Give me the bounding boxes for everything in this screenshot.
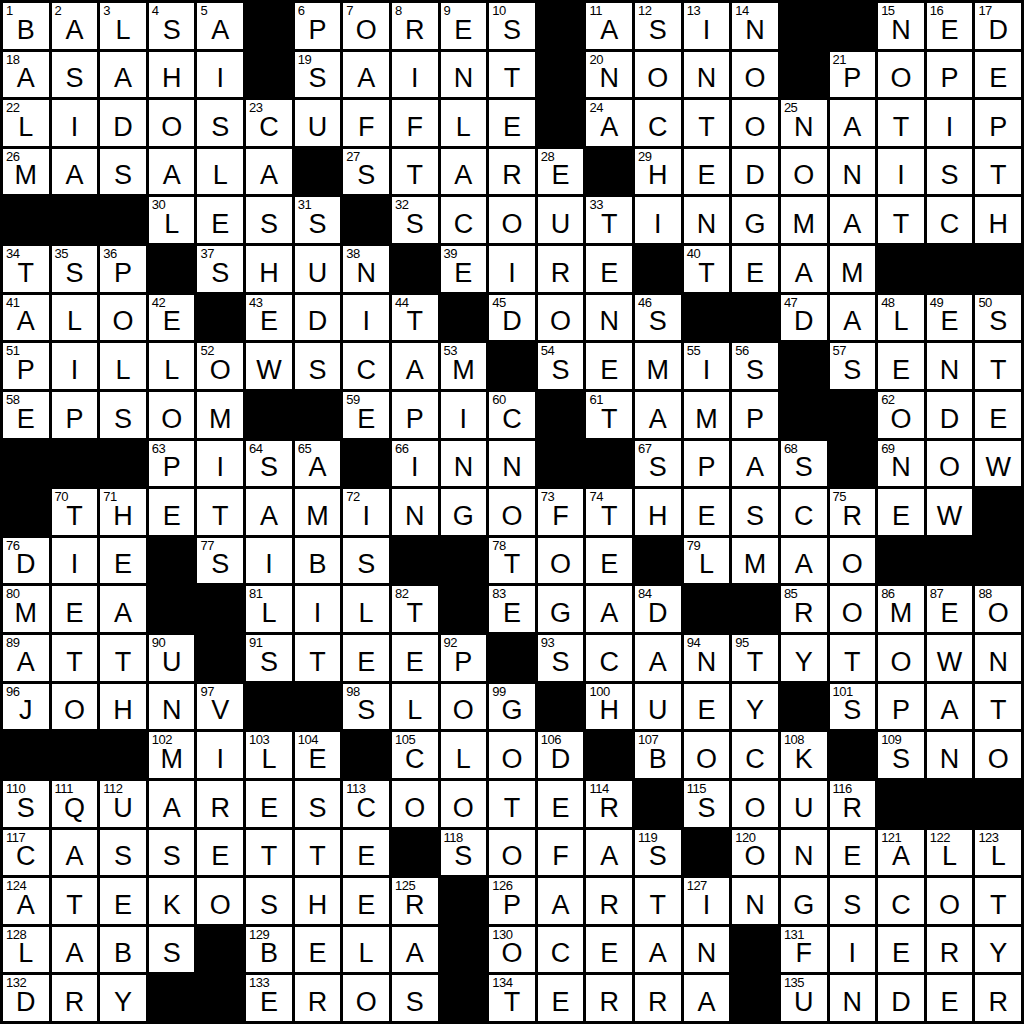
grid-cell-r20c4[interactable]: S [149, 927, 195, 973]
grid-cell-r10c4[interactable]: 63P [149, 441, 195, 487]
grid-cell-r4c15[interactable]: E [684, 149, 730, 195]
grid-cell-r18c18[interactable]: E [830, 830, 876, 876]
grid-cell-r15c9[interactable]: L [392, 684, 438, 730]
grid-cell-r11c17[interactable]: C [781, 489, 827, 535]
grid-cell-r7c8[interactable]: I [343, 295, 389, 341]
grid-cell-r20c11[interactable]: 130O [489, 927, 535, 973]
grid-cell-r7c21[interactable]: 50S [975, 295, 1021, 341]
grid-cell-r8c1[interactable]: 51P [3, 343, 49, 389]
grid-cell-r15c1[interactable]: 96J [3, 684, 49, 730]
grid-cell-r13c9[interactable]: 82T [392, 586, 438, 632]
grid-cell-r8c7[interactable]: S [295, 343, 341, 389]
grid-cell-r13c6[interactable]: 81L [246, 586, 292, 632]
grid-cell-r9c2[interactable]: P [52, 392, 98, 438]
grid-cell-r10c16[interactable]: A [732, 441, 778, 487]
grid-cell-r8c9[interactable]: A [392, 343, 438, 389]
grid-cell-r15c21[interactable]: T [975, 684, 1021, 730]
grid-cell-r3c6[interactable]: 23C [246, 100, 292, 146]
grid-cell-r16c17[interactable]: 108K [781, 732, 827, 778]
grid-cell-r3c10[interactable]: L [441, 100, 487, 146]
grid-cell-r21c11[interactable]: 134T [489, 975, 535, 1021]
grid-cell-r9c5[interactable]: M [197, 392, 243, 438]
grid-cell-r8c2[interactable]: I [52, 343, 98, 389]
grid-cell-r7c17[interactable]: 47D [781, 295, 827, 341]
grid-cell-r21c14[interactable]: R [635, 975, 681, 1021]
grid-cell-r18c5[interactable]: E [197, 830, 243, 876]
grid-cell-r9c11[interactable]: 60C [489, 392, 535, 438]
grid-cell-r18c2[interactable]: A [52, 830, 98, 876]
grid-cell-r2c8[interactable]: A [343, 52, 389, 98]
grid-cell-r7c1[interactable]: 41A [3, 295, 49, 341]
grid-cell-r10c6[interactable]: 64S [246, 441, 292, 487]
grid-cell-r6c6[interactable]: H [246, 246, 292, 292]
grid-cell-r8c3[interactable]: L [100, 343, 146, 389]
grid-cell-r1c16[interactable]: 14N [732, 3, 778, 49]
grid-cell-r10c5[interactable]: I [197, 441, 243, 487]
grid-cell-r17c10[interactable]: O [441, 781, 487, 827]
grid-cell-r17c13[interactable]: 114R [586, 781, 632, 827]
grid-cell-r13c2[interactable]: E [52, 586, 98, 632]
grid-cell-r15c2[interactable]: O [52, 684, 98, 730]
grid-cell-r1c10[interactable]: 9E [441, 3, 487, 49]
grid-cell-r4c4[interactable]: A [149, 149, 195, 195]
grid-cell-r13c17[interactable]: 85R [781, 586, 827, 632]
grid-cell-r4c2[interactable]: A [52, 149, 98, 195]
grid-cell-r10c7[interactable]: 65A [295, 441, 341, 487]
grid-cell-r19c19[interactable]: C [878, 878, 924, 924]
grid-cell-r7c6[interactable]: 43E [246, 295, 292, 341]
grid-cell-r4c21[interactable]: T [975, 149, 1021, 195]
grid-cell-r3c17[interactable]: 25N [781, 100, 827, 146]
grid-cell-r21c2[interactable]: R [52, 975, 98, 1021]
grid-cell-r17c2[interactable]: 111Q [52, 781, 98, 827]
grid-cell-r19c7[interactable]: H [295, 878, 341, 924]
grid-cell-r2c14[interactable]: O [635, 52, 681, 98]
grid-cell-r9c4[interactable]: O [149, 392, 195, 438]
grid-cell-r7c2[interactable]: L [52, 295, 98, 341]
grid-cell-r16c4[interactable]: 102M [149, 732, 195, 778]
grid-cell-r8c14[interactable]: M [635, 343, 681, 389]
grid-cell-r21c13[interactable]: R [586, 975, 632, 1021]
grid-cell-r3c14[interactable]: C [635, 100, 681, 146]
grid-cell-r8c18[interactable]: 57S [830, 343, 876, 389]
grid-cell-r19c3[interactable]: E [100, 878, 146, 924]
grid-cell-r17c9[interactable]: O [392, 781, 438, 827]
grid-cell-r8c5[interactable]: 52O [197, 343, 243, 389]
grid-cell-r4c18[interactable]: N [830, 149, 876, 195]
grid-cell-r12c15[interactable]: 79L [684, 538, 730, 584]
grid-cell-r17c6[interactable]: E [246, 781, 292, 827]
grid-cell-r16c21[interactable]: O [975, 732, 1021, 778]
grid-cell-r11c9[interactable]: N [392, 489, 438, 535]
grid-cell-r1c7[interactable]: 6P [295, 3, 341, 49]
grid-cell-r9c1[interactable]: 58E [3, 392, 49, 438]
grid-cell-r4c20[interactable]: S [927, 149, 973, 195]
grid-cell-r1c9[interactable]: 8R [392, 3, 438, 49]
grid-cell-r4c19[interactable]: I [878, 149, 924, 195]
grid-cell-r2c3[interactable]: A [100, 52, 146, 98]
grid-cell-r17c4[interactable]: A [149, 781, 195, 827]
grid-cell-r12c8[interactable]: S [343, 538, 389, 584]
grid-cell-r14c14[interactable]: A [635, 635, 681, 681]
grid-cell-r6c16[interactable]: E [732, 246, 778, 292]
grid-cell-r11c3[interactable]: 71H [100, 489, 146, 535]
grid-cell-r4c11[interactable]: R [489, 149, 535, 195]
grid-cell-r2c4[interactable]: H [149, 52, 195, 98]
grid-cell-r14c8[interactable]: E [343, 635, 389, 681]
grid-cell-r3c15[interactable]: T [684, 100, 730, 146]
grid-cell-r12c12[interactable]: O [538, 538, 584, 584]
grid-cell-r6c7[interactable]: U [295, 246, 341, 292]
grid-cell-r9c9[interactable]: P [392, 392, 438, 438]
grid-cell-r17c16[interactable]: O [732, 781, 778, 827]
grid-cell-r19c2[interactable]: T [52, 878, 98, 924]
grid-cell-r11c11[interactable]: O [489, 489, 535, 535]
grid-cell-r15c8[interactable]: 98S [343, 684, 389, 730]
grid-cell-r5c12[interactable]: U [538, 197, 584, 243]
grid-cell-r1c20[interactable]: 16E [927, 3, 973, 49]
grid-cell-r18c20[interactable]: 122L [927, 830, 973, 876]
grid-cell-r14c4[interactable]: 90U [149, 635, 195, 681]
grid-cell-r3c4[interactable]: O [149, 100, 195, 146]
grid-cell-r18c8[interactable]: E [343, 830, 389, 876]
grid-cell-r13c19[interactable]: 86M [878, 586, 924, 632]
grid-cell-r20c21[interactable]: Y [975, 927, 1021, 973]
grid-cell-r18c21[interactable]: 123L [975, 830, 1021, 876]
grid-cell-r3c7[interactable]: U [295, 100, 341, 146]
grid-cell-r7c7[interactable]: D [295, 295, 341, 341]
grid-cell-r17c1[interactable]: 110S [3, 781, 49, 827]
grid-cell-r13c3[interactable]: A [100, 586, 146, 632]
grid-cell-r1c4[interactable]: 4S [149, 3, 195, 49]
grid-cell-r12c11[interactable]: 78T [489, 538, 535, 584]
grid-cell-r6c13[interactable]: E [586, 246, 632, 292]
grid-cell-r1c8[interactable]: 7O [343, 3, 389, 49]
grid-cell-r3c9[interactable]: F [392, 100, 438, 146]
grid-cell-r21c9[interactable]: S [392, 975, 438, 1021]
grid-cell-r16c10[interactable]: L [441, 732, 487, 778]
grid-cell-r4c1[interactable]: 26M [3, 149, 49, 195]
grid-cell-r14c18[interactable]: T [830, 635, 876, 681]
grid-cell-r9c15[interactable]: M [684, 392, 730, 438]
grid-cell-r7c13[interactable]: N [586, 295, 632, 341]
grid-cell-r2c1[interactable]: 18A [3, 52, 49, 98]
grid-cell-r9c13[interactable]: 61T [586, 392, 632, 438]
grid-cell-r15c10[interactable]: O [441, 684, 487, 730]
grid-cell-r21c8[interactable]: O [343, 975, 389, 1021]
grid-cell-r1c21[interactable]: 17D [975, 3, 1021, 49]
grid-cell-r1c11[interactable]: 10S [489, 3, 535, 49]
grid-cell-r6c2[interactable]: 35S [52, 246, 98, 292]
grid-cell-r8c15[interactable]: 55I [684, 343, 730, 389]
grid-cell-r15c14[interactable]: U [635, 684, 681, 730]
grid-cell-r14c17[interactable]: Y [781, 635, 827, 681]
grid-cell-r3c11[interactable]: E [489, 100, 535, 146]
grid-cell-r6c12[interactable]: R [538, 246, 584, 292]
grid-cell-r6c10[interactable]: 39E [441, 246, 487, 292]
grid-cell-r7c12[interactable]: O [538, 295, 584, 341]
grid-cell-r1c15[interactable]: 13I [684, 3, 730, 49]
grid-cell-r15c15[interactable]: E [684, 684, 730, 730]
grid-cell-r7c3[interactable]: O [100, 295, 146, 341]
grid-cell-r19c12[interactable]: A [538, 878, 584, 924]
grid-cell-r5c7[interactable]: 31S [295, 197, 341, 243]
grid-cell-r8c10[interactable]: 53M [441, 343, 487, 389]
grid-cell-r17c7[interactable]: S [295, 781, 341, 827]
grid-cell-r3c1[interactable]: 22L [3, 100, 49, 146]
grid-cell-r19c8[interactable]: E [343, 878, 389, 924]
grid-cell-r15c5[interactable]: 97V [197, 684, 243, 730]
grid-cell-r16c15[interactable]: O [684, 732, 730, 778]
grid-cell-r3c5[interactable]: S [197, 100, 243, 146]
grid-cell-r17c3[interactable]: 112U [100, 781, 146, 827]
grid-cell-r19c20[interactable]: O [927, 878, 973, 924]
grid-cell-r19c6[interactable]: S [246, 878, 292, 924]
grid-cell-r9c20[interactable]: D [927, 392, 973, 438]
grid-cell-r21c1[interactable]: 132D [3, 975, 49, 1021]
grid-cell-r12c7[interactable]: B [295, 538, 341, 584]
grid-cell-r14c15[interactable]: 94N [684, 635, 730, 681]
grid-cell-r12c6[interactable]: I [246, 538, 292, 584]
grid-cell-r20c20[interactable]: R [927, 927, 973, 973]
grid-cell-r19c11[interactable]: 126P [489, 878, 535, 924]
grid-cell-r12c5[interactable]: 77S [197, 538, 243, 584]
grid-cell-r7c4[interactable]: 42E [149, 295, 195, 341]
grid-cell-r1c14[interactable]: 12S [635, 3, 681, 49]
grid-cell-r2c15[interactable]: N [684, 52, 730, 98]
grid-cell-r18c12[interactable]: F [538, 830, 584, 876]
grid-cell-r18c7[interactable]: T [295, 830, 341, 876]
grid-cell-r12c1[interactable]: 76D [3, 538, 49, 584]
grid-cell-r4c5[interactable]: L [197, 149, 243, 195]
grid-cell-r9c19[interactable]: 62O [878, 392, 924, 438]
grid-cell-r16c12[interactable]: 106D [538, 732, 584, 778]
grid-cell-r10c10[interactable]: N [441, 441, 487, 487]
grid-cell-r21c6[interactable]: 133E [246, 975, 292, 1021]
grid-cell-r12c13[interactable]: E [586, 538, 632, 584]
grid-cell-r18c1[interactable]: 117C [3, 830, 49, 876]
grid-cell-r2c13[interactable]: 20N [586, 52, 632, 98]
grid-cell-r20c7[interactable]: E [295, 927, 341, 973]
grid-cell-r16c19[interactable]: 109S [878, 732, 924, 778]
grid-cell-r9c10[interactable]: I [441, 392, 487, 438]
grid-cell-r20c19[interactable]: E [878, 927, 924, 973]
grid-cell-r20c8[interactable]: L [343, 927, 389, 973]
grid-cell-r2c18[interactable]: 21P [830, 52, 876, 98]
grid-cell-r14c7[interactable]: T [295, 635, 341, 681]
grid-cell-r2c9[interactable]: I [392, 52, 438, 98]
grid-cell-r14c1[interactable]: 89A [3, 635, 49, 681]
grid-cell-r9c21[interactable]: E [975, 392, 1021, 438]
grid-cell-r11c5[interactable]: T [197, 489, 243, 535]
grid-cell-r10c17[interactable]: 68S [781, 441, 827, 487]
grid-cell-r5c9[interactable]: 32S [392, 197, 438, 243]
grid-cell-r1c1[interactable]: 1B [3, 3, 49, 49]
grid-cell-r10c14[interactable]: 67S [635, 441, 681, 487]
grid-cell-r2c7[interactable]: 19S [295, 52, 341, 98]
grid-cell-r3c13[interactable]: 24A [586, 100, 632, 146]
grid-cell-r14c21[interactable]: N [975, 635, 1021, 681]
grid-cell-r2c2[interactable]: S [52, 52, 98, 98]
grid-cell-r11c15[interactable]: E [684, 489, 730, 535]
grid-cell-r8c8[interactable]: C [343, 343, 389, 389]
grid-cell-r15c16[interactable]: Y [732, 684, 778, 730]
grid-cell-r18c19[interactable]: 121A [878, 830, 924, 876]
grid-cell-r1c5[interactable]: 5A [197, 3, 243, 49]
grid-cell-r9c16[interactable]: P [732, 392, 778, 438]
grid-cell-r11c4[interactable]: E [149, 489, 195, 535]
grid-cell-r6c17[interactable]: A [781, 246, 827, 292]
grid-cell-r3c2[interactable]: I [52, 100, 98, 146]
grid-cell-r1c13[interactable]: 11A [586, 3, 632, 49]
grid-cell-r7c20[interactable]: 49E [927, 295, 973, 341]
grid-cell-r16c7[interactable]: 104E [295, 732, 341, 778]
grid-cell-r11c2[interactable]: 70T [52, 489, 98, 535]
grid-cell-r15c3[interactable]: H [100, 684, 146, 730]
grid-cell-r16c11[interactable]: O [489, 732, 535, 778]
grid-cell-r13c13[interactable]: A [586, 586, 632, 632]
grid-cell-r3c18[interactable]: A [830, 100, 876, 146]
grid-cell-r4c6[interactable]: A [246, 149, 292, 195]
grid-cell-r15c11[interactable]: 99G [489, 684, 535, 730]
grid-cell-r6c11[interactable]: I [489, 246, 535, 292]
grid-cell-r5c15[interactable]: N [684, 197, 730, 243]
grid-cell-r3c20[interactable]: I [927, 100, 973, 146]
grid-cell-r7c14[interactable]: 46S [635, 295, 681, 341]
grid-cell-r14c2[interactable]: T [52, 635, 98, 681]
grid-cell-r21c20[interactable]: E [927, 975, 973, 1021]
grid-cell-r17c12[interactable]: E [538, 781, 584, 827]
grid-cell-r11c16[interactable]: S [732, 489, 778, 535]
grid-cell-r13c7[interactable]: I [295, 586, 341, 632]
grid-cell-r14c20[interactable]: W [927, 635, 973, 681]
grid-cell-r5c18[interactable]: A [830, 197, 876, 243]
grid-cell-r8c20[interactable]: N [927, 343, 973, 389]
grid-cell-r14c13[interactable]: C [586, 635, 632, 681]
grid-cell-r6c18[interactable]: M [830, 246, 876, 292]
grid-cell-r17c11[interactable]: T [489, 781, 535, 827]
grid-cell-r15c13[interactable]: 100H [586, 684, 632, 730]
grid-cell-r5c20[interactable]: C [927, 197, 973, 243]
grid-cell-r4c9[interactable]: T [392, 149, 438, 195]
grid-cell-r18c6[interactable]: T [246, 830, 292, 876]
grid-cell-r1c3[interactable]: 3L [100, 3, 146, 49]
grid-cell-r7c18[interactable]: A [830, 295, 876, 341]
grid-cell-r19c17[interactable]: G [781, 878, 827, 924]
grid-cell-r19c5[interactable]: O [197, 878, 243, 924]
grid-cell-r16c16[interactable]: C [732, 732, 778, 778]
grid-cell-r15c20[interactable]: A [927, 684, 973, 730]
grid-cell-r14c10[interactable]: 92P [441, 635, 487, 681]
grid-cell-r14c16[interactable]: 95T [732, 635, 778, 681]
grid-cell-r5c14[interactable]: I [635, 197, 681, 243]
grid-cell-r4c16[interactable]: D [732, 149, 778, 195]
grid-cell-r3c21[interactable]: P [975, 100, 1021, 146]
grid-cell-r19c15[interactable]: 127I [684, 878, 730, 924]
grid-cell-r11c10[interactable]: G [441, 489, 487, 535]
grid-cell-r8c21[interactable]: T [975, 343, 1021, 389]
grid-cell-r6c3[interactable]: 36P [100, 246, 146, 292]
grid-cell-r11c12[interactable]: 73F [538, 489, 584, 535]
grid-cell-r19c9[interactable]: 125R [392, 878, 438, 924]
grid-cell-r8c12[interactable]: 54S [538, 343, 584, 389]
grid-cell-r20c15[interactable]: N [684, 927, 730, 973]
grid-cell-r18c3[interactable]: S [100, 830, 146, 876]
grid-cell-r12c17[interactable]: A [781, 538, 827, 584]
grid-cell-r20c6[interactable]: 129B [246, 927, 292, 973]
grid-cell-r1c19[interactable]: 15N [878, 3, 924, 49]
grid-cell-r2c20[interactable]: P [927, 52, 973, 98]
grid-cell-r18c10[interactable]: 118S [441, 830, 487, 876]
grid-cell-r4c10[interactable]: A [441, 149, 487, 195]
grid-cell-r21c18[interactable]: N [830, 975, 876, 1021]
grid-cell-r11c7[interactable]: M [295, 489, 341, 535]
grid-cell-r19c16[interactable]: N [732, 878, 778, 924]
grid-cell-r6c15[interactable]: 40T [684, 246, 730, 292]
grid-cell-r16c5[interactable]: I [197, 732, 243, 778]
grid-cell-r3c16[interactable]: O [732, 100, 778, 146]
grid-cell-r10c11[interactable]: N [489, 441, 535, 487]
grid-cell-r14c3[interactable]: T [100, 635, 146, 681]
grid-cell-r14c9[interactable]: E [392, 635, 438, 681]
grid-cell-r18c17[interactable]: N [781, 830, 827, 876]
grid-cell-r14c12[interactable]: 93S [538, 635, 584, 681]
grid-cell-r19c21[interactable]: T [975, 878, 1021, 924]
grid-cell-r14c6[interactable]: 91S [246, 635, 292, 681]
grid-cell-r13c8[interactable]: L [343, 586, 389, 632]
grid-cell-r9c8[interactable]: 59E [343, 392, 389, 438]
grid-cell-r5c10[interactable]: C [441, 197, 487, 243]
grid-cell-r12c3[interactable]: E [100, 538, 146, 584]
grid-cell-r12c16[interactable]: M [732, 538, 778, 584]
grid-cell-r6c5[interactable]: 37S [197, 246, 243, 292]
grid-cell-r4c12[interactable]: 28E [538, 149, 584, 195]
grid-cell-r19c13[interactable]: R [586, 878, 632, 924]
grid-cell-r17c5[interactable]: R [197, 781, 243, 827]
grid-cell-r20c14[interactable]: A [635, 927, 681, 973]
grid-cell-r10c21[interactable]: W [975, 441, 1021, 487]
grid-cell-r18c4[interactable]: S [149, 830, 195, 876]
grid-cell-r10c9[interactable]: 66I [392, 441, 438, 487]
grid-cell-r3c19[interactable]: T [878, 100, 924, 146]
grid-cell-r17c15[interactable]: 115S [684, 781, 730, 827]
grid-cell-r13c1[interactable]: 80M [3, 586, 49, 632]
grid-cell-r21c17[interactable]: 135U [781, 975, 827, 1021]
grid-cell-r5c16[interactable]: G [732, 197, 778, 243]
grid-cell-r11c18[interactable]: 75R [830, 489, 876, 535]
grid-cell-r20c17[interactable]: 131F [781, 927, 827, 973]
grid-cell-r17c17[interactable]: U [781, 781, 827, 827]
grid-cell-r18c13[interactable]: A [586, 830, 632, 876]
grid-cell-r14c19[interactable]: O [878, 635, 924, 681]
grid-cell-r11c13[interactable]: 74T [586, 489, 632, 535]
grid-cell-r16c6[interactable]: 103L [246, 732, 292, 778]
grid-cell-r10c15[interactable]: P [684, 441, 730, 487]
grid-cell-r5c4[interactable]: 30L [149, 197, 195, 243]
grid-cell-r10c19[interactable]: 69N [878, 441, 924, 487]
grid-cell-r3c3[interactable]: D [100, 100, 146, 146]
grid-cell-r15c19[interactable]: P [878, 684, 924, 730]
grid-cell-r15c4[interactable]: N [149, 684, 195, 730]
grid-cell-r3c8[interactable]: F [343, 100, 389, 146]
grid-cell-r19c14[interactable]: T [635, 878, 681, 924]
grid-cell-r7c11[interactable]: 45D [489, 295, 535, 341]
grid-cell-r13c11[interactable]: 83E [489, 586, 535, 632]
grid-cell-r13c20[interactable]: 87E [927, 586, 973, 632]
grid-cell-r6c1[interactable]: 34T [3, 246, 49, 292]
grid-cell-r5c6[interactable]: S [246, 197, 292, 243]
grid-cell-r19c18[interactable]: S [830, 878, 876, 924]
